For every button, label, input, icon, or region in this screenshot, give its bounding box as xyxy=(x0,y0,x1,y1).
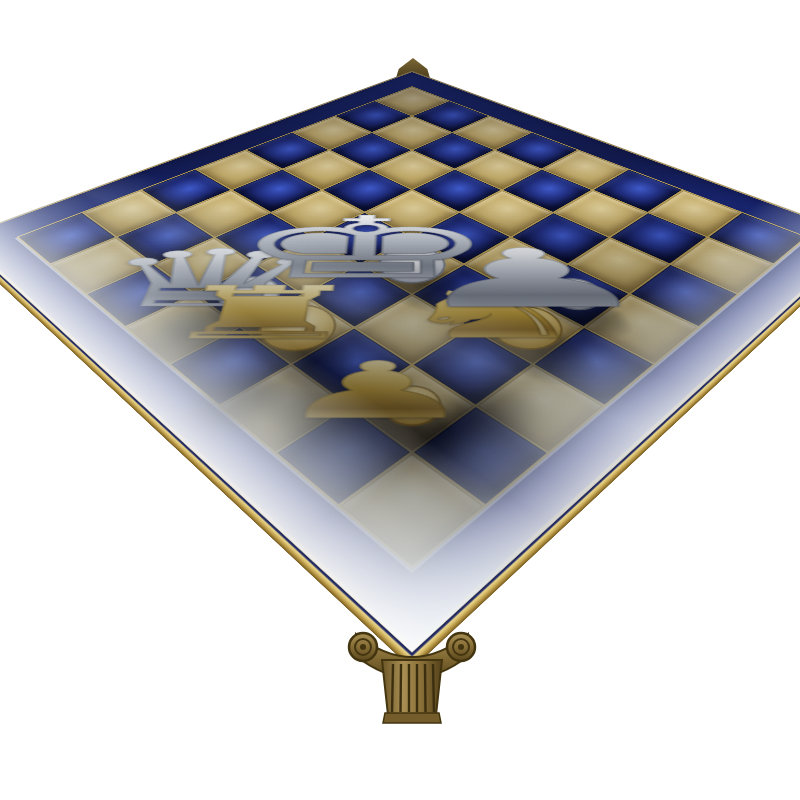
glass-glare-overlay xyxy=(0,71,800,652)
ionic-column-leg xyxy=(346,614,478,726)
product-photo-stage: { "game": "chess", "scene": "Metal Greek… xyxy=(0,0,800,800)
leg-foot xyxy=(383,713,441,723)
chess-board: ♛♜♚♞♟♟ xyxy=(0,71,800,652)
